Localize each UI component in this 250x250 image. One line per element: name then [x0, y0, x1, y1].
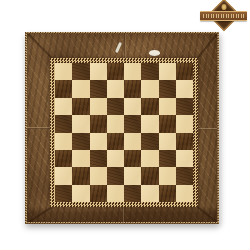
square-b6[interactable] — [72, 98, 89, 115]
square-c3[interactable] — [90, 150, 107, 167]
square-b2[interactable] — [72, 167, 89, 184]
square-f3[interactable] — [141, 150, 158, 167]
square-d8[interactable] — [107, 63, 124, 80]
square-b1[interactable] — [72, 185, 89, 202]
square-a1[interactable] — [55, 185, 72, 202]
square-b3[interactable] — [72, 150, 89, 167]
square-h1[interactable] — [176, 185, 193, 202]
square-e7[interactable] — [124, 80, 141, 97]
square-f7[interactable] — [141, 80, 158, 97]
brand-badge — [200, 1, 247, 28]
square-c6[interactable] — [90, 98, 107, 115]
badge-ribbon-icon — [200, 11, 247, 21]
square-g5[interactable] — [159, 115, 176, 132]
square-e4[interactable] — [124, 133, 141, 150]
badge-crest-icon — [221, 4, 226, 10]
square-c8[interactable] — [90, 63, 107, 80]
chess-board-outer-rim — [25, 32, 219, 224]
square-g6[interactable] — [159, 98, 176, 115]
square-b8[interactable] — [72, 63, 89, 80]
square-a7[interactable] — [55, 80, 72, 97]
square-d5[interactable] — [107, 115, 124, 132]
square-h7[interactable] — [176, 80, 193, 97]
square-e5[interactable] — [124, 115, 141, 132]
bone-inlay-mark — [115, 42, 122, 53]
frame-seam-right — [198, 128, 217, 130]
square-c2[interactable] — [90, 167, 107, 184]
square-f5[interactable] — [141, 115, 158, 132]
square-h5[interactable] — [176, 115, 193, 132]
square-h4[interactable] — [176, 133, 193, 150]
square-b7[interactable] — [72, 80, 89, 97]
square-d4[interactable] — [107, 133, 124, 150]
square-a2[interactable] — [55, 167, 72, 184]
miter-joint-top-right — [197, 34, 217, 58]
square-e8[interactable] — [124, 63, 141, 80]
hinge-mark — [149, 50, 160, 56]
square-g4[interactable] — [159, 133, 176, 150]
square-a3[interactable] — [55, 150, 72, 167]
chess-board — [55, 63, 193, 202]
square-e3[interactable] — [124, 150, 141, 167]
square-e6[interactable] — [124, 98, 141, 115]
square-c4[interactable] — [90, 133, 107, 150]
square-b4[interactable] — [72, 133, 89, 150]
square-f4[interactable] — [141, 133, 158, 150]
square-e2[interactable] — [124, 167, 141, 184]
square-d1[interactable] — [107, 185, 124, 202]
square-a8[interactable] — [55, 63, 72, 80]
square-d6[interactable] — [107, 98, 124, 115]
square-c1[interactable] — [90, 185, 107, 202]
square-f6[interactable] — [141, 98, 158, 115]
square-c7[interactable] — [90, 80, 107, 97]
product-photo — [0, 0, 250, 250]
square-g3[interactable] — [159, 150, 176, 167]
square-f1[interactable] — [141, 185, 158, 202]
inlay-border — [50, 58, 198, 207]
miter-joint-bottom-right — [196, 207, 217, 222]
square-f2[interactable] — [141, 167, 158, 184]
square-a6[interactable] — [55, 98, 72, 115]
square-d2[interactable] — [107, 167, 124, 184]
square-g7[interactable] — [159, 80, 176, 97]
square-h6[interactable] — [176, 98, 193, 115]
frame-seam-top-center — [124, 34, 126, 58]
square-c5[interactable] — [90, 115, 107, 132]
miter-joint-top-left — [27, 34, 52, 58]
square-g1[interactable] — [159, 185, 176, 202]
square-g8[interactable] — [159, 63, 176, 80]
square-g2[interactable] — [159, 167, 176, 184]
miter-joint-bottom-left — [27, 207, 51, 222]
square-h2[interactable] — [176, 167, 193, 184]
square-b5[interactable] — [72, 115, 89, 132]
square-e1[interactable] — [124, 185, 141, 202]
square-f8[interactable] — [141, 63, 158, 80]
square-h8[interactable] — [176, 63, 193, 80]
square-h3[interactable] — [176, 150, 193, 167]
square-d7[interactable] — [107, 80, 124, 97]
frame-seam-left — [27, 127, 50, 129]
square-a4[interactable] — [55, 133, 72, 150]
square-d3[interactable] — [107, 150, 124, 167]
frame-seam-bottom-center — [122, 207, 124, 222]
square-a5[interactable] — [55, 115, 72, 132]
board-wooden-frame — [27, 34, 217, 222]
